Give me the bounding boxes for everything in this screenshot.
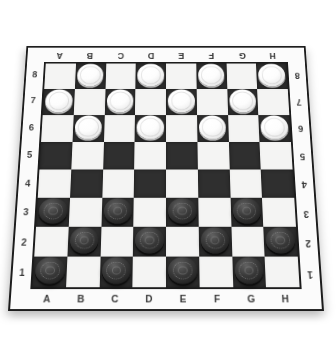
square-d4[interactable] <box>134 170 166 198</box>
coordinate-label: 2 <box>298 228 318 258</box>
piece-white-man[interactable] <box>137 116 164 140</box>
square-e3[interactable] <box>166 198 198 227</box>
square-h7[interactable] <box>257 89 289 115</box>
square-f2[interactable] <box>198 227 231 257</box>
square-d7[interactable] <box>135 89 166 115</box>
square-c5[interactable] <box>103 142 135 170</box>
square-h4[interactable] <box>261 170 294 198</box>
square-d2[interactable] <box>133 227 166 257</box>
piece-white-man[interactable] <box>45 89 73 112</box>
coordinate-label: 3 <box>16 198 36 227</box>
board-grid <box>30 62 301 289</box>
square-b7[interactable] <box>73 89 105 115</box>
square-f8[interactable] <box>196 64 227 89</box>
square-c8[interactable] <box>105 64 136 89</box>
square-a5[interactable] <box>39 142 72 170</box>
square-e7[interactable] <box>166 89 197 115</box>
square-c1[interactable] <box>99 257 133 288</box>
piece-white-man[interactable] <box>137 64 164 86</box>
square-h1[interactable] <box>265 257 300 288</box>
photo-background: ABCDEFGH 87654321 87654321 ABCDEFGH <box>0 0 336 360</box>
square-d8[interactable] <box>136 64 166 89</box>
coordinate-label: D <box>132 294 166 304</box>
piece-white-man[interactable] <box>168 89 195 112</box>
piece-black-man[interactable] <box>103 198 132 223</box>
coordinate-label: B <box>75 51 106 59</box>
square-c7[interactable] <box>104 89 135 115</box>
coordinate-label: 7 <box>24 88 43 115</box>
coordinate-label: C <box>98 294 132 304</box>
square-e8[interactable] <box>166 64 196 89</box>
square-f4[interactable] <box>198 170 230 198</box>
coordinate-label: 6 <box>22 114 41 141</box>
square-a2[interactable] <box>34 227 68 257</box>
square-b8[interactable] <box>75 64 106 89</box>
square-e5[interactable] <box>166 142 198 170</box>
square-f3[interactable] <box>198 198 231 227</box>
coordinate-label: E <box>166 51 196 59</box>
square-a7[interactable] <box>43 89 75 115</box>
piece-black-man[interactable] <box>38 198 68 223</box>
piece-white-man[interactable] <box>74 116 102 140</box>
square-b3[interactable] <box>69 198 102 227</box>
square-c3[interactable] <box>101 198 134 227</box>
coordinate-label: G <box>227 51 258 59</box>
square-c4[interactable] <box>102 170 134 198</box>
square-d3[interactable] <box>134 198 166 227</box>
board-mat: ABCDEFGH 87654321 87654321 ABCDEFGH <box>8 46 324 311</box>
coordinate-label: 5 <box>20 142 40 170</box>
coordinate-label: 8 <box>25 62 44 88</box>
piece-white-man[interactable] <box>77 64 104 86</box>
square-d5[interactable] <box>134 142 166 170</box>
coordinate-label: 6 <box>291 114 310 141</box>
square-g7[interactable] <box>227 89 259 115</box>
piece-white-man[interactable] <box>229 89 257 112</box>
coordinate-label: 1 <box>12 258 33 289</box>
piece-black-man[interactable] <box>232 198 261 223</box>
square-h5[interactable] <box>260 142 293 170</box>
square-g4[interactable] <box>229 170 262 198</box>
piece-white-man[interactable] <box>198 64 225 86</box>
square-e6[interactable] <box>166 115 197 142</box>
coordinate-label: 7 <box>290 88 309 115</box>
piece-black-man[interactable] <box>265 227 295 253</box>
square-g5[interactable] <box>228 142 260 170</box>
square-b1[interactable] <box>66 257 100 288</box>
piece-black-man[interactable] <box>234 257 264 284</box>
coordinate-label: G <box>234 294 268 304</box>
file-labels-bottom: ABCDEFGH <box>29 289 303 309</box>
square-g8[interactable] <box>226 64 257 89</box>
coordinate-label: 4 <box>18 170 38 199</box>
coordinate-label: H <box>268 294 303 304</box>
coordinate-label: E <box>166 294 200 304</box>
square-e2[interactable] <box>166 227 199 257</box>
coordinate-label: A <box>44 51 75 59</box>
piece-white-man[interactable] <box>260 116 289 140</box>
square-a8[interactable] <box>44 64 76 89</box>
square-h3[interactable] <box>262 198 296 227</box>
piece-black-man[interactable] <box>168 198 197 223</box>
square-a1[interactable] <box>32 257 67 288</box>
square-g3[interactable] <box>230 198 263 227</box>
square-g1[interactable] <box>232 257 266 288</box>
piece-white-man[interactable] <box>106 89 133 112</box>
coordinate-label: 8 <box>288 62 307 88</box>
square-h6[interactable] <box>259 115 291 142</box>
piece-white-man[interactable] <box>199 116 227 140</box>
square-a6[interactable] <box>41 115 73 142</box>
file-labels-top: ABCDEFGH <box>44 48 288 62</box>
piece-black-man[interactable] <box>135 227 164 253</box>
square-g6[interactable] <box>228 115 260 142</box>
coordinate-label: F <box>196 51 227 59</box>
square-d6[interactable] <box>135 115 166 142</box>
square-h2[interactable] <box>263 227 297 257</box>
square-d1[interactable] <box>133 257 166 288</box>
square-f6[interactable] <box>197 115 229 142</box>
square-f5[interactable] <box>197 142 229 170</box>
square-e1[interactable] <box>166 257 199 288</box>
coordinate-label: 2 <box>14 228 34 258</box>
coordinate-label: 1 <box>300 258 321 289</box>
square-e4[interactable] <box>166 170 198 198</box>
square-f1[interactable] <box>199 257 233 288</box>
piece-black-man[interactable] <box>168 257 197 284</box>
coordinate-label: D <box>136 51 166 59</box>
square-b2[interactable] <box>67 227 101 257</box>
coordinate-label: F <box>200 294 234 304</box>
coordinate-label: C <box>105 51 136 59</box>
square-b5[interactable] <box>71 142 103 170</box>
square-f7[interactable] <box>196 89 227 115</box>
square-a4[interactable] <box>38 170 71 198</box>
square-c2[interactable] <box>100 227 133 257</box>
square-g2[interactable] <box>231 227 265 257</box>
square-c6[interactable] <box>104 115 136 142</box>
square-h8[interactable] <box>256 64 288 89</box>
coordinate-label: 4 <box>294 170 314 199</box>
piece-white-man[interactable] <box>258 64 286 86</box>
piece-black-man[interactable] <box>200 227 229 253</box>
coordinate-label: A <box>29 294 64 304</box>
piece-black-man[interactable] <box>101 257 131 284</box>
piece-black-man[interactable] <box>35 257 66 284</box>
coordinate-label: 3 <box>296 198 316 227</box>
piece-black-man[interactable] <box>69 227 99 253</box>
square-b4[interactable] <box>70 170 103 198</box>
coordinate-label: B <box>64 294 98 304</box>
square-b6[interactable] <box>72 115 104 142</box>
coordinate-label: H <box>257 51 288 59</box>
coordinate-label: 5 <box>293 142 313 170</box>
square-a3[interactable] <box>36 198 70 227</box>
